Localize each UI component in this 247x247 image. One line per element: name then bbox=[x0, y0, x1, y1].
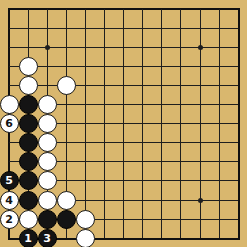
black-stone bbox=[19, 191, 38, 210]
white-stone bbox=[76, 210, 95, 229]
white-stone: 6 bbox=[0, 114, 19, 133]
grid-line-vertical bbox=[161, 9, 162, 238]
star-point bbox=[45, 45, 50, 50]
black-stone: 5 bbox=[0, 171, 19, 190]
black-stone bbox=[19, 95, 38, 114]
white-stone bbox=[38, 114, 57, 133]
black-stone bbox=[19, 171, 38, 190]
move-number-label: 2 bbox=[5, 213, 13, 224]
black-stone bbox=[57, 210, 76, 229]
white-stone bbox=[38, 171, 57, 190]
black-stone bbox=[38, 210, 57, 229]
white-stone bbox=[57, 76, 76, 95]
move-number-label: 1 bbox=[24, 232, 32, 243]
white-stone: 2 bbox=[0, 210, 19, 229]
white-stone bbox=[19, 57, 38, 76]
black-stone bbox=[19, 114, 38, 133]
white-stone bbox=[19, 210, 38, 229]
go-board: 654213 bbox=[0, 0, 247, 247]
black-stone: 3 bbox=[38, 229, 57, 247]
white-stone bbox=[38, 95, 57, 114]
grid-line-vertical bbox=[219, 9, 220, 238]
white-stone bbox=[38, 191, 57, 210]
move-number-label: 5 bbox=[5, 175, 13, 186]
white-stone bbox=[76, 229, 95, 247]
black-stone: 1 bbox=[19, 229, 38, 247]
move-number-label: 3 bbox=[43, 232, 51, 243]
white-stone: 4 bbox=[0, 191, 19, 210]
grid-line-vertical bbox=[142, 9, 143, 238]
black-stone bbox=[19, 152, 38, 171]
star-point bbox=[198, 198, 203, 203]
black-stone bbox=[19, 133, 38, 152]
white-stone bbox=[19, 76, 38, 95]
grid-line-vertical bbox=[180, 9, 181, 238]
white-stone bbox=[38, 152, 57, 171]
move-number-label: 4 bbox=[5, 194, 13, 205]
move-number-label: 6 bbox=[5, 118, 13, 129]
white-stone bbox=[0, 95, 19, 114]
star-point bbox=[198, 45, 203, 50]
white-stone bbox=[57, 191, 76, 210]
white-stone bbox=[38, 133, 57, 152]
go-diagram: 654213 bbox=[0, 0, 247, 247]
grid-line-vertical bbox=[200, 9, 201, 238]
